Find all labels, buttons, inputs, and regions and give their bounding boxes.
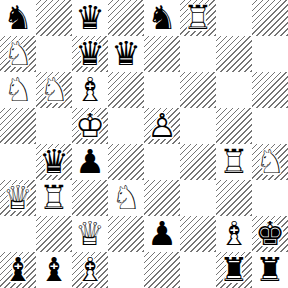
piece-glyph: ♖ xyxy=(180,0,216,36)
piece-black-queen[interactable]: ♛♛ xyxy=(72,0,108,36)
piece-glyph: ♝ xyxy=(0,252,36,288)
piece-glyph: ♛ xyxy=(72,0,108,36)
square-h6[interactable] xyxy=(252,72,288,108)
square-c2[interactable]: ♛♕ xyxy=(72,216,108,252)
square-c4[interactable]: ♟♟ xyxy=(72,144,108,180)
piece-glyph: ♕ xyxy=(72,216,108,252)
square-c8[interactable]: ♛♛ xyxy=(72,0,108,36)
square-g3[interactable] xyxy=(216,180,252,216)
square-f4[interactable] xyxy=(180,144,216,180)
piece-black-knight[interactable]: ♞♞ xyxy=(144,0,180,36)
piece-glyph: ♟ xyxy=(144,216,180,252)
square-g7[interactable] xyxy=(216,36,252,72)
square-f6[interactable] xyxy=(180,72,216,108)
piece-white-knight[interactable]: ♞♘ xyxy=(0,72,36,108)
piece-black-queen[interactable]: ♛♛ xyxy=(72,36,108,72)
square-c7[interactable]: ♛♛ xyxy=(72,36,108,72)
piece-glyph: ♛ xyxy=(108,36,144,72)
square-f3[interactable] xyxy=(180,180,216,216)
piece-white-knight[interactable]: ♞♘ xyxy=(0,36,36,72)
square-f5[interactable] xyxy=(180,108,216,144)
square-a7[interactable]: ♞♘ xyxy=(0,36,36,72)
piece-white-king[interactable]: ♚♔ xyxy=(72,108,108,144)
square-h5[interactable] xyxy=(252,108,288,144)
square-h4[interactable]: ♞♘ xyxy=(252,144,288,180)
square-e5[interactable]: ♟♙ xyxy=(144,108,180,144)
piece-black-queen[interactable]: ♛♛ xyxy=(36,144,72,180)
piece-black-pawn[interactable]: ♟♟ xyxy=(72,144,108,180)
square-a3[interactable]: ♛♕ xyxy=(0,180,36,216)
piece-white-bishop[interactable]: ♝♗ xyxy=(72,72,108,108)
piece-white-pawn[interactable]: ♟♙ xyxy=(144,108,180,144)
piece-glyph: ♛ xyxy=(72,36,108,72)
piece-white-rook[interactable]: ♜♖ xyxy=(216,144,252,180)
piece-glyph: ♘ xyxy=(0,72,36,108)
square-g2[interactable]: ♝♗ xyxy=(216,216,252,252)
square-d6[interactable] xyxy=(108,72,144,108)
piece-glyph: ♗ xyxy=(216,216,252,252)
piece-white-rook[interactable]: ♜♖ xyxy=(36,180,72,216)
square-a5[interactable] xyxy=(0,108,36,144)
square-f7[interactable] xyxy=(180,36,216,72)
square-h1[interactable]: ♜♜ xyxy=(252,252,288,288)
piece-glyph: ♘ xyxy=(36,72,72,108)
square-d3[interactable]: ♞♘ xyxy=(108,180,144,216)
square-g6[interactable] xyxy=(216,72,252,108)
piece-glyph: ♖ xyxy=(216,144,252,180)
piece-glyph: ♘ xyxy=(0,36,36,72)
piece-white-bishop[interactable]: ♝♗ xyxy=(72,252,108,288)
piece-glyph: ♘ xyxy=(108,180,144,216)
square-g5[interactable] xyxy=(216,108,252,144)
square-f2[interactable] xyxy=(180,216,216,252)
square-a6[interactable]: ♞♘ xyxy=(0,72,36,108)
square-b3[interactable]: ♜♖ xyxy=(36,180,72,216)
piece-glyph: ♜ xyxy=(252,252,288,288)
piece-glyph: ♘ xyxy=(252,144,288,180)
square-h3[interactable] xyxy=(252,180,288,216)
piece-black-bishop[interactable]: ♝♝ xyxy=(36,252,72,288)
square-d4[interactable] xyxy=(108,144,144,180)
piece-white-queen[interactable]: ♛♕ xyxy=(72,216,108,252)
square-a2[interactable] xyxy=(0,216,36,252)
square-b2[interactable] xyxy=(36,216,72,252)
piece-white-knight[interactable]: ♞♘ xyxy=(252,144,288,180)
piece-white-bishop[interactable]: ♝♗ xyxy=(216,216,252,252)
square-g8[interactable] xyxy=(216,0,252,36)
square-b1[interactable]: ♝♝ xyxy=(36,252,72,288)
piece-glyph: ♚ xyxy=(252,216,288,252)
piece-glyph: ♟ xyxy=(72,144,108,180)
square-h7[interactable] xyxy=(252,36,288,72)
piece-white-knight[interactable]: ♞♘ xyxy=(36,72,72,108)
square-e2[interactable]: ♟♟ xyxy=(144,216,180,252)
square-b8[interactable] xyxy=(36,0,72,36)
square-e7[interactable] xyxy=(144,36,180,72)
square-h2[interactable]: ♚♚ xyxy=(252,216,288,252)
square-a8[interactable]: ♞♞ xyxy=(0,0,36,36)
piece-glyph: ♞ xyxy=(0,0,36,36)
square-f8[interactable]: ♜♖ xyxy=(180,0,216,36)
square-g1[interactable]: ♜♜ xyxy=(216,252,252,288)
piece-black-queen[interactable]: ♛♛ xyxy=(108,36,144,72)
square-d1[interactable] xyxy=(108,252,144,288)
square-c5[interactable]: ♚♔ xyxy=(72,108,108,144)
square-c1[interactable]: ♝♗ xyxy=(72,252,108,288)
square-b6[interactable]: ♞♘ xyxy=(36,72,72,108)
piece-glyph: ♙ xyxy=(144,108,180,144)
square-e4[interactable] xyxy=(144,144,180,180)
chess-board: ♞♞♛♛♞♞♜♖♞♘♛♛♛♛♞♘♞♘♝♗♚♔♟♙♛♛♟♟♜♖♞♘♛♕♜♖♞♘♛♕… xyxy=(0,0,288,288)
piece-glyph: ♝ xyxy=(36,252,72,288)
square-b5[interactable] xyxy=(36,108,72,144)
square-h8[interactable] xyxy=(252,0,288,36)
square-c6[interactable]: ♝♗ xyxy=(72,72,108,108)
square-e8[interactable]: ♞♞ xyxy=(144,0,180,36)
square-c3[interactable] xyxy=(72,180,108,216)
square-b4[interactable]: ♛♛ xyxy=(36,144,72,180)
piece-glyph: ♞ xyxy=(144,0,180,36)
square-d5[interactable] xyxy=(108,108,144,144)
square-d8[interactable] xyxy=(108,0,144,36)
square-f1[interactable] xyxy=(180,252,216,288)
piece-glyph: ♜ xyxy=(216,252,252,288)
piece-glyph: ♗ xyxy=(72,252,108,288)
piece-white-knight[interactable]: ♞♘ xyxy=(108,180,144,216)
square-e3[interactable] xyxy=(144,180,180,216)
square-e1[interactable] xyxy=(144,252,180,288)
piece-white-rook[interactable]: ♜♖ xyxy=(180,0,216,36)
piece-white-queen[interactable]: ♛♕ xyxy=(0,180,36,216)
piece-glyph: ♗ xyxy=(72,72,108,108)
piece-black-rook[interactable]: ♜♜ xyxy=(252,252,288,288)
piece-glyph: ♕ xyxy=(0,180,36,216)
piece-black-king[interactable]: ♚♚ xyxy=(252,216,288,252)
square-b7[interactable] xyxy=(36,36,72,72)
piece-glyph: ♛ xyxy=(36,144,72,180)
square-d2[interactable] xyxy=(108,216,144,252)
square-e6[interactable] xyxy=(144,72,180,108)
piece-black-rook[interactable]: ♜♜ xyxy=(216,252,252,288)
piece-black-knight[interactable]: ♞♞ xyxy=(0,0,36,36)
square-g4[interactable]: ♜♖ xyxy=(216,144,252,180)
square-d7[interactable]: ♛♛ xyxy=(108,36,144,72)
square-a1[interactable]: ♝♝ xyxy=(0,252,36,288)
piece-black-bishop[interactable]: ♝♝ xyxy=(0,252,36,288)
piece-black-pawn[interactable]: ♟♟ xyxy=(144,216,180,252)
square-a4[interactable] xyxy=(0,144,36,180)
piece-glyph: ♖ xyxy=(36,180,72,216)
piece-glyph: ♔ xyxy=(72,108,108,144)
